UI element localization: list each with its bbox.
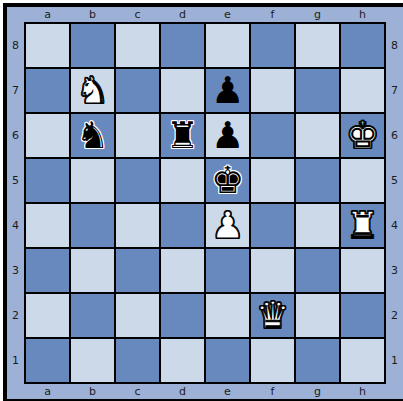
square-f2[interactable]: ♛ (251, 294, 294, 337)
piece-black-pawn[interactable]: ♟ (211, 69, 244, 112)
rank-label-8: 8 (12, 39, 19, 52)
rank-label-8: 8 (391, 39, 398, 52)
square-a8[interactable] (26, 24, 69, 67)
square-b3[interactable] (71, 249, 114, 292)
square-h6[interactable]: ♚ (341, 114, 384, 157)
square-d7[interactable] (161, 69, 204, 112)
file-label-d: d (179, 8, 186, 21)
file-labels-top: abcdefgh (24, 7, 386, 22)
square-d6[interactable]: ♜ (161, 114, 204, 157)
rank-label-7: 7 (12, 84, 19, 97)
square-e1[interactable] (206, 339, 249, 382)
rank-label-2: 2 (391, 309, 398, 322)
diagram-outer-margin: abcdefgh 87654321 ♞♟♞♜♟♚♚♟♜♛ 87654321 ab… (0, 0, 403, 401)
file-label-a: a (44, 8, 51, 21)
square-h8[interactable] (341, 24, 384, 67)
square-g3[interactable] (296, 249, 339, 292)
square-h5[interactable] (341, 159, 384, 202)
square-f5[interactable] (251, 159, 294, 202)
piece-white-king[interactable]: ♚ (346, 114, 379, 157)
square-g8[interactable] (296, 24, 339, 67)
square-f6[interactable] (251, 114, 294, 157)
file-label-g: g (314, 8, 321, 21)
file-label-h: h (359, 8, 366, 21)
square-g6[interactable] (296, 114, 339, 157)
square-f8[interactable] (251, 24, 294, 67)
square-h4[interactable]: ♜ (341, 204, 384, 247)
square-c4[interactable] (116, 204, 159, 247)
square-b5[interactable] (71, 159, 114, 202)
square-c3[interactable] (116, 249, 159, 292)
square-a3[interactable] (26, 249, 69, 292)
piece-white-queen[interactable]: ♛ (256, 294, 289, 337)
square-b6[interactable]: ♞ (71, 114, 114, 157)
square-a6[interactable] (26, 114, 69, 157)
rank-label-1: 1 (12, 354, 19, 367)
rank-label-6: 6 (12, 129, 19, 142)
square-c7[interactable] (116, 69, 159, 112)
file-label-a: a (44, 385, 51, 398)
file-label-f: f (271, 385, 275, 398)
square-g5[interactable] (296, 159, 339, 202)
piece-white-pawn[interactable]: ♟ (211, 204, 244, 247)
rank-label-5: 5 (12, 174, 19, 187)
file-labels-bottom: abcdefgh (24, 384, 386, 399)
file-label-b: b (89, 8, 96, 21)
square-b4[interactable] (71, 204, 114, 247)
file-label-c: c (134, 8, 140, 21)
square-c8[interactable] (116, 24, 159, 67)
square-c1[interactable] (116, 339, 159, 382)
file-label-d: d (179, 385, 186, 398)
file-label-c: c (134, 385, 140, 398)
piece-black-pawn[interactable]: ♟ (211, 114, 244, 157)
rank-labels-right: 87654321 (386, 22, 403, 384)
square-g1[interactable] (296, 339, 339, 382)
file-label-g: g (314, 385, 321, 398)
square-e7[interactable]: ♟ (206, 69, 249, 112)
coordinate-band: abcdefgh 87654321 ♞♟♞♜♟♚♚♟♜♛ 87654321 ab… (7, 7, 403, 399)
square-c5[interactable] (116, 159, 159, 202)
file-label-h: h (359, 385, 366, 398)
square-b7[interactable]: ♞ (71, 69, 114, 112)
square-d8[interactable] (161, 24, 204, 67)
square-d1[interactable] (161, 339, 204, 382)
rank-label-1: 1 (391, 354, 398, 367)
square-a2[interactable] (26, 294, 69, 337)
square-d5[interactable] (161, 159, 204, 202)
rank-label-3: 3 (391, 264, 398, 277)
square-e2[interactable] (206, 294, 249, 337)
rank-label-4: 4 (391, 219, 398, 232)
square-h2[interactable] (341, 294, 384, 337)
square-a5[interactable] (26, 159, 69, 202)
square-g7[interactable] (296, 69, 339, 112)
square-e4[interactable]: ♟ (206, 204, 249, 247)
piece-white-knight[interactable]: ♞ (76, 69, 109, 112)
square-h1[interactable] (341, 339, 384, 382)
square-f3[interactable] (251, 249, 294, 292)
rank-label-6: 6 (391, 129, 398, 142)
square-a7[interactable] (26, 69, 69, 112)
square-h7[interactable] (341, 69, 384, 112)
piece-black-knight[interactable]: ♞ (76, 114, 109, 157)
piece-black-king[interactable]: ♚ (211, 159, 244, 202)
square-d3[interactable] (161, 249, 204, 292)
rank-label-3: 3 (12, 264, 19, 277)
rank-label-5: 5 (391, 174, 398, 187)
rank-labels-left: 87654321 (7, 22, 24, 384)
square-e5[interactable]: ♚ (206, 159, 249, 202)
square-g4[interactable] (296, 204, 339, 247)
file-label-b: b (89, 385, 96, 398)
square-b8[interactable] (71, 24, 114, 67)
square-f7[interactable] (251, 69, 294, 112)
square-a1[interactable] (26, 339, 69, 382)
rank-label-2: 2 (12, 309, 19, 322)
file-label-e: e (224, 8, 231, 21)
rank-label-7: 7 (391, 84, 398, 97)
square-a4[interactable] (26, 204, 69, 247)
piece-white-rook[interactable]: ♜ (346, 204, 379, 247)
square-e8[interactable] (206, 24, 249, 67)
square-c2[interactable] (116, 294, 159, 337)
square-f4[interactable] (251, 204, 294, 247)
piece-black-rook[interactable]: ♜ (166, 114, 199, 157)
square-e6[interactable]: ♟ (206, 114, 249, 157)
square-g2[interactable] (296, 294, 339, 337)
square-d4[interactable] (161, 204, 204, 247)
board-frame: abcdefgh 87654321 ♞♟♞♜♟♚♚♟♜♛ 87654321 ab… (3, 3, 403, 401)
square-d2[interactable] (161, 294, 204, 337)
file-label-e: e (224, 385, 231, 398)
square-b1[interactable] (71, 339, 114, 382)
square-h3[interactable] (341, 249, 384, 292)
file-label-f: f (271, 8, 275, 21)
rank-label-4: 4 (12, 219, 19, 232)
square-b2[interactable] (71, 294, 114, 337)
chess-board[interactable]: ♞♟♞♜♟♚♚♟♜♛ (24, 22, 386, 384)
square-c6[interactable] (116, 114, 159, 157)
square-f1[interactable] (251, 339, 294, 382)
square-e3[interactable] (206, 249, 249, 292)
